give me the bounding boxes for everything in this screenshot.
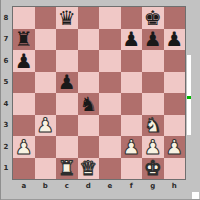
rank-label: 7: [0, 29, 12, 51]
square-e5[interactable]: [99, 72, 121, 94]
side-slider-track[interactable]: [187, 55, 191, 135]
square-e2[interactable]: [99, 136, 121, 158]
piece-black-pawn[interactable]: ♟: [144, 29, 162, 49]
rank-label: 1: [0, 158, 12, 180]
square-f7[interactable]: ♟: [121, 29, 143, 51]
square-c5[interactable]: ♟: [56, 72, 78, 94]
square-h2[interactable]: ♟: [164, 136, 186, 158]
piece-white-king[interactable]: ♚: [144, 158, 162, 178]
piece-white-queen[interactable]: ♛: [79, 158, 97, 178]
square-e7[interactable]: [99, 29, 121, 51]
square-b1[interactable]: [35, 158, 57, 180]
square-b3[interactable]: ♟: [35, 115, 57, 137]
rank-label: 6: [0, 50, 12, 72]
file-label: h: [164, 181, 186, 192]
square-e4[interactable]: [99, 93, 121, 115]
square-g2[interactable]: ♟: [142, 136, 164, 158]
piece-black-king[interactable]: ♚: [144, 8, 162, 28]
square-f4[interactable]: [121, 93, 143, 115]
square-f1[interactable]: [121, 158, 143, 180]
piece-white-pawn[interactable]: ♟: [15, 137, 33, 157]
square-g1[interactable]: ♚: [142, 158, 164, 180]
square-g5[interactable]: [142, 72, 164, 94]
file-labels: abcdefgh: [13, 181, 185, 192]
square-d2[interactable]: [78, 136, 100, 158]
square-a4[interactable]: [13, 93, 35, 115]
piece-black-pawn[interactable]: ♟: [15, 51, 33, 71]
rank-label: 4: [0, 93, 12, 115]
square-a6[interactable]: ♟: [13, 50, 35, 72]
square-d1[interactable]: ♛: [78, 158, 100, 180]
piece-black-pawn[interactable]: ♟: [122, 29, 140, 49]
rank-label: 8: [0, 7, 12, 29]
file-label: c: [56, 181, 78, 192]
square-h4[interactable]: [164, 93, 186, 115]
piece-white-pawn[interactable]: ♟: [36, 115, 54, 135]
piece-black-pawn[interactable]: ♟: [165, 29, 183, 49]
piece-white-knight[interactable]: ♞: [144, 115, 162, 135]
square-g8[interactable]: ♚: [142, 7, 164, 29]
square-d8[interactable]: [78, 7, 100, 29]
square-c3[interactable]: [56, 115, 78, 137]
square-b6[interactable]: [35, 50, 57, 72]
square-h6[interactable]: [164, 50, 186, 72]
file-label: b: [35, 181, 57, 192]
piece-white-rook[interactable]: ♜: [58, 158, 76, 178]
square-a5[interactable]: [13, 72, 35, 94]
square-b7[interactable]: [35, 29, 57, 51]
square-e8[interactable]: [99, 7, 121, 29]
square-g4[interactable]: [142, 93, 164, 115]
square-a2[interactable]: ♟: [13, 136, 35, 158]
square-d4[interactable]: ♞: [78, 93, 100, 115]
rank-label: 3: [0, 115, 12, 137]
piece-white-pawn[interactable]: ♟: [165, 137, 183, 157]
square-d7[interactable]: [78, 29, 100, 51]
square-h3[interactable]: [164, 115, 186, 137]
square-e3[interactable]: [99, 115, 121, 137]
corner-resize-box: [192, 192, 199, 199]
square-a1[interactable]: [13, 158, 35, 180]
rank-label: 2: [0, 136, 12, 158]
square-c2[interactable]: [56, 136, 78, 158]
square-b2[interactable]: [35, 136, 57, 158]
square-f8[interactable]: [121, 7, 143, 29]
square-c4[interactable]: [56, 93, 78, 115]
file-label: a: [13, 181, 35, 192]
file-label: d: [78, 181, 100, 192]
square-h8[interactable]: [164, 7, 186, 29]
square-c7[interactable]: [56, 29, 78, 51]
square-c1[interactable]: ♜: [56, 158, 78, 180]
square-h7[interactable]: ♟: [164, 29, 186, 51]
file-label: g: [142, 181, 164, 192]
square-g7[interactable]: ♟: [142, 29, 164, 51]
square-d6[interactable]: [78, 50, 100, 72]
square-a3[interactable]: [13, 115, 35, 137]
file-label: f: [121, 181, 143, 192]
square-b4[interactable]: [35, 93, 57, 115]
square-a8[interactable]: [13, 7, 35, 29]
piece-white-pawn[interactable]: ♟: [122, 137, 140, 157]
square-b5[interactable]: [35, 72, 57, 94]
square-f5[interactable]: [121, 72, 143, 94]
square-g6[interactable]: [142, 50, 164, 72]
square-c8[interactable]: ♛: [56, 7, 78, 29]
square-g3[interactable]: ♞: [142, 115, 164, 137]
side-slider-marker[interactable]: [187, 96, 191, 99]
rank-label: 5: [0, 72, 12, 94]
chess-board: ♛♚♜♟♟♟♟♟♞♟♞♟♟♟♟♜♛♚: [12, 6, 186, 180]
square-h5[interactable]: [164, 72, 186, 94]
square-d5[interactable]: [78, 72, 100, 94]
piece-black-knight[interactable]: ♞: [79, 94, 97, 114]
piece-black-queen[interactable]: ♛: [58, 8, 76, 28]
file-label: e: [99, 181, 121, 192]
square-h1[interactable]: [164, 158, 186, 180]
square-e1[interactable]: [99, 158, 121, 180]
square-f3[interactable]: [121, 115, 143, 137]
square-d3[interactable]: [78, 115, 100, 137]
square-b8[interactable]: [35, 7, 57, 29]
square-f2[interactable]: ♟: [121, 136, 143, 158]
rank-labels: 87654321: [0, 7, 12, 179]
square-a7[interactable]: ♜: [13, 29, 35, 51]
square-c6[interactable]: [56, 50, 78, 72]
piece-black-pawn[interactable]: ♟: [58, 72, 76, 92]
piece-black-rook[interactable]: ♜: [15, 29, 33, 49]
square-e6[interactable]: [99, 50, 121, 72]
square-f6[interactable]: [121, 50, 143, 72]
piece-white-pawn[interactable]: ♟: [144, 137, 162, 157]
